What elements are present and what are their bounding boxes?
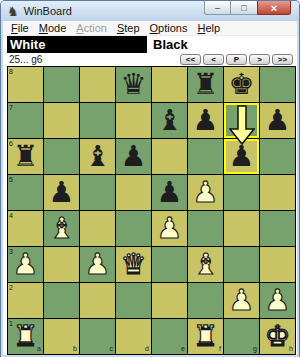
square-g8[interactable]: ♚ [224,67,259,102]
board-area: 8♛♜♚7♝♟♟6♜♝♟♟5♟♟♟4♝♟3♟♟♛♝2♟♟a1♜bcdef♜gh♚ [3,66,297,355]
nav-button-to-end[interactable]: >> [272,54,293,65]
piece-black-pawn[interactable]: ♟ [224,139,259,173]
square-a1[interactable]: a1♜ [8,319,43,354]
maximize-button[interactable]: □ [231,1,257,15]
piece-black-rook[interactable]: ♜ [188,67,223,101]
knight-icon: ♞ [7,5,19,18]
square-g3[interactable] [224,247,259,282]
square-b8[interactable] [44,67,79,102]
square-f3[interactable]: ♝ [188,247,223,282]
menu-item-help[interactable]: Help [192,22,225,34]
square-b4[interactable]: ♝ [44,211,79,246]
square-c1[interactable]: c [80,319,115,354]
square-a5[interactable]: 5 [8,175,43,210]
rank-label-2: 2 [9,284,13,292]
square-f8[interactable]: ♜ [188,67,223,102]
square-f2[interactable] [188,283,223,318]
square-g7[interactable] [224,103,259,138]
square-e7[interactable]: ♝ [152,103,187,138]
square-c3[interactable]: ♟ [80,247,115,282]
file-label-b: b [73,345,77,353]
nav-button-pause[interactable]: P [226,54,247,65]
piece-white-bishop[interactable]: ♝ [44,211,79,245]
winboard-window: ♞ WinBoard – □ × FileModeActionStepOptio… [0,0,300,357]
window-controls: – □ × [204,1,291,15]
square-d1[interactable]: d [116,319,151,354]
square-h5[interactable] [260,175,295,210]
file-label-h: h [289,345,293,353]
piece-black-queen[interactable]: ♛ [116,67,151,101]
square-b6[interactable] [44,139,79,174]
piece-white-pawn[interactable]: ♟ [152,211,187,245]
square-d6[interactable]: ♟ [116,139,151,174]
square-e1[interactable]: e [152,319,187,354]
piece-white-pawn[interactable]: ♟ [224,283,259,317]
menu-item-file[interactable]: File [6,22,34,34]
turn-indicator-row: White Black [3,36,297,53]
piece-white-pawn[interactable]: ♟ [188,175,223,209]
square-a8[interactable]: 8 [8,67,43,102]
square-d8[interactable]: ♛ [116,67,151,102]
square-d5[interactable] [116,175,151,210]
minimize-icon: – [215,3,220,13]
nav-buttons: <<<P>>> [180,54,293,65]
square-f7[interactable]: ♟ [188,103,223,138]
square-c5[interactable] [80,175,115,210]
file-label-d: d [145,345,149,353]
piece-black-king[interactable]: ♚ [224,67,259,101]
rank-label-5: 5 [9,176,13,184]
square-c2[interactable] [80,283,115,318]
piece-black-pawn[interactable]: ♟ [188,103,223,137]
menu-item-action: Action [71,22,112,34]
piece-black-rook[interactable]: ♜ [8,139,43,173]
piece-white-bishop[interactable]: ♝ [188,247,223,281]
square-e6[interactable] [152,139,187,174]
rank-label-7: 7 [9,104,13,112]
square-b2[interactable] [44,283,79,318]
square-g4[interactable] [224,211,259,246]
rank-label-8: 8 [9,68,13,76]
last-move-text: 25... g6 [9,54,42,65]
square-h8[interactable] [260,67,295,102]
nav-button-to-start[interactable]: << [180,54,201,65]
piece-white-pawn[interactable]: ♟ [260,283,295,317]
rank-label-3: 3 [9,248,13,256]
menu-item-options[interactable]: Options [145,22,193,34]
window-body: FileModeActionStepOptionsHelp White Blac… [1,21,299,357]
square-h6[interactable] [260,139,295,174]
piece-black-pawn[interactable]: ♟ [44,175,79,209]
square-c7[interactable] [80,103,115,138]
window-title: WinBoard [24,5,72,17]
square-f4[interactable] [188,211,223,246]
white-turn-indicator[interactable]: White [7,36,147,53]
rank-label-4: 4 [9,212,13,220]
square-f5[interactable]: ♟ [188,175,223,210]
title-bar[interactable]: ♞ WinBoard – □ × [1,1,299,21]
menu-bar: FileModeActionStepOptionsHelp [3,21,297,36]
message-row: 25... g6 <<<P>>> [3,53,297,66]
file-label-c: c [110,345,114,353]
piece-white-pawn[interactable]: ♟ [8,247,43,281]
file-label-f: f [219,345,221,353]
square-d2[interactable] [116,283,151,318]
square-a3[interactable]: 3♟ [8,247,43,282]
piece-black-bishop[interactable]: ♝ [152,103,187,137]
square-d7[interactable] [116,103,151,138]
square-g6[interactable]: ♟ [224,139,259,174]
close-button[interactable]: × [257,1,291,15]
piece-white-pawn[interactable]: ♟ [80,247,115,281]
square-e8[interactable] [152,67,187,102]
chess-board: 8♛♜♚7♝♟♟6♜♝♟♟5♟♟♟4♝♟3♟♟♛♝2♟♟a1♜bcdef♜gh♚ [7,66,296,355]
minimize-button[interactable]: – [204,1,231,15]
square-a6[interactable]: 6♜ [8,139,43,174]
maximize-icon: □ [241,3,246,13]
square-h2[interactable]: ♟ [260,283,295,318]
piece-black-bishop[interactable]: ♝ [80,139,115,173]
square-b7[interactable] [44,103,79,138]
square-d4[interactable] [116,211,151,246]
square-h7[interactable]: ♟ [260,103,295,138]
square-a4[interactable]: 4 [8,211,43,246]
square-h1[interactable]: h♚ [260,319,295,354]
square-h4[interactable] [260,211,295,246]
square-e3[interactable] [152,247,187,282]
rank-label-1: 1 [9,320,13,328]
square-e5[interactable]: ♟ [152,175,187,210]
piece-black-pawn[interactable]: ♟ [260,103,295,137]
square-d3[interactable]: ♛ [116,247,151,282]
piece-black-pawn[interactable]: ♟ [116,139,151,173]
square-b3[interactable] [44,247,79,282]
close-icon: × [271,2,277,14]
rank-label-6: 6 [9,140,13,148]
piece-white-rook[interactable]: ♜ [188,319,223,353]
square-b1[interactable]: b [44,319,79,354]
square-e2[interactable] [152,283,187,318]
square-b5[interactable]: ♟ [44,175,79,210]
file-label-g: g [253,345,257,353]
square-g1[interactable]: g [224,319,259,354]
square-h3[interactable] [260,247,295,282]
black-turn-indicator[interactable]: Black [153,37,188,52]
square-g2[interactable]: ♟ [224,283,259,318]
nav-button-step-forward[interactable]: > [249,54,270,65]
menu-item-step[interactable]: Step [112,22,145,34]
square-g5[interactable] [224,175,259,210]
square-c4[interactable] [80,211,115,246]
menu-item-mode[interactable]: Mode [34,22,72,34]
square-c8[interactable] [80,67,115,102]
square-f6[interactable] [188,139,223,174]
piece-white-queen[interactable]: ♛ [116,247,151,281]
piece-black-pawn[interactable]: ♟ [152,175,187,209]
file-label-e: e [181,345,185,353]
square-c6[interactable]: ♝ [80,139,115,174]
square-f1[interactable]: f♜ [188,319,223,354]
nav-button-step-back[interactable]: < [203,54,224,65]
file-label-a: a [37,345,41,353]
square-a2[interactable]: 2 [8,283,43,318]
square-e4[interactable]: ♟ [152,211,187,246]
square-a7[interactable]: 7 [8,103,43,138]
